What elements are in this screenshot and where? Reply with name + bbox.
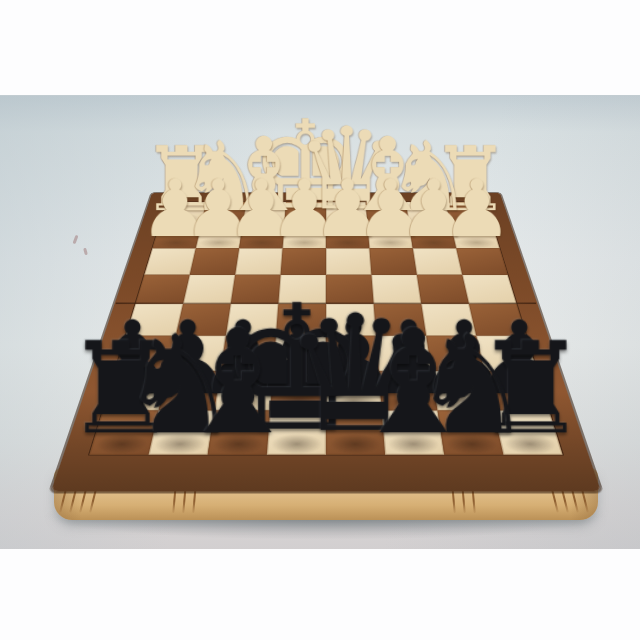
square-f8[interactable]: ♝ — [208, 410, 271, 454]
piece-white-pawn-a2[interactable]: ♟ — [441, 173, 512, 244]
board-grid: ♜♞♝♚♛♝♞♜♟♟♟♟♟♟♟♟♟♟♟♟♟♟♟♟♜♞♝♚♛♝♞♜ — [89, 202, 562, 455]
square-b3[interactable] — [413, 248, 462, 274]
square-h3[interactable] — [144, 248, 195, 274]
surface-smudge — [73, 235, 79, 244]
photo-margin-bottom — [0, 549, 640, 640]
surface-smudge — [83, 248, 88, 256]
photo-margin-top — [0, 0, 640, 95]
piece-black-bishop-c8[interactable]: ♝ — [349, 317, 478, 447]
square-a3[interactable] — [456, 248, 507, 274]
square-c3[interactable] — [369, 248, 416, 274]
square-a2[interactable]: ♟ — [451, 224, 500, 248]
square-c8[interactable]: ♝ — [382, 410, 445, 454]
piece-black-bishop-f8[interactable]: ♝ — [174, 317, 303, 447]
